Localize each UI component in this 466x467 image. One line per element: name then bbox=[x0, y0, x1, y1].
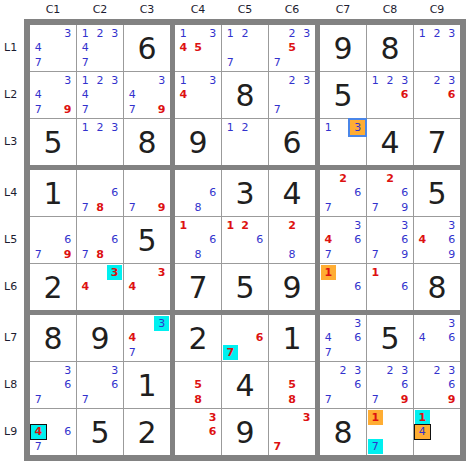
empty-slot bbox=[205, 171, 220, 186]
candidate-3[interactable]: 3 bbox=[60, 73, 75, 88]
cell-L4C4[interactable]: 68 bbox=[175, 170, 221, 216]
candidate-6[interactable]: 6 bbox=[444, 378, 459, 393]
cell-L2C4[interactable]: 134 bbox=[175, 72, 221, 118]
empty-slot bbox=[270, 26, 285, 41]
candidate-7[interactable]: 7 bbox=[125, 345, 140, 360]
cell-L5C1[interactable]: 679 bbox=[30, 217, 76, 263]
cell-L9C6[interactable]: 37 bbox=[269, 409, 315, 455]
candidate-8[interactable]: 8 bbox=[191, 392, 206, 407]
candidate-2[interactable]: 2 bbox=[285, 26, 300, 41]
cell-L6C9[interactable]: 8 bbox=[414, 264, 460, 310]
candidate-9[interactable]: 9 bbox=[154, 200, 169, 215]
candidate-6[interactable]: 6 bbox=[350, 233, 365, 248]
cell-L1C9[interactable]: 123 bbox=[414, 25, 460, 71]
candidate-4[interactable]: 4 bbox=[31, 88, 46, 103]
col-label-C1: C1 bbox=[30, 3, 76, 16]
cell-L7C7[interactable]: 3467 bbox=[320, 315, 366, 361]
col-label-C7: C7 bbox=[320, 3, 366, 16]
candidate-3[interactable]: 3 bbox=[60, 363, 75, 378]
candidate-6[interactable]: 6 bbox=[205, 425, 220, 440]
row-label-L3: L3 bbox=[4, 119, 24, 165]
candidate-6[interactable]: 6 bbox=[350, 378, 365, 393]
cell-L5C3[interactable]: 5 bbox=[124, 217, 170, 263]
empty-slot bbox=[205, 55, 220, 70]
empty-slot bbox=[154, 186, 169, 201]
candidate-8[interactable]: 8 bbox=[285, 392, 300, 407]
candidate-6[interactable]: 6 bbox=[350, 331, 365, 346]
cell-L1C6[interactable]: 2357 bbox=[269, 25, 315, 71]
candidate-2[interactable]: 2 bbox=[93, 73, 108, 88]
candidate-6[interactable]: 6 bbox=[397, 88, 412, 103]
empty-slot bbox=[191, 425, 206, 440]
candidate-8[interactable]: 8 bbox=[93, 200, 108, 215]
candidate-4[interactable]: 4 bbox=[125, 88, 140, 103]
candidate-6[interactable]: 6 bbox=[350, 186, 365, 201]
candidate-3[interactable]: 3 bbox=[60, 26, 75, 41]
candidate-3[interactable]: 3 bbox=[107, 73, 122, 88]
candidate-6[interactable]: 6 bbox=[397, 233, 412, 248]
candidate-6[interactable]: 6 bbox=[252, 233, 267, 248]
candidate-9[interactable]: 9 bbox=[397, 200, 412, 215]
empty-slot bbox=[176, 186, 191, 201]
candidate-7[interactable]: 7 bbox=[368, 439, 383, 454]
cell-L4C8[interactable]: 2679 bbox=[367, 170, 413, 216]
cell-L4C1[interactable]: 1 bbox=[30, 170, 76, 216]
cell-L7C2[interactable]: 9 bbox=[77, 315, 123, 361]
candidate-9[interactable]: 9 bbox=[154, 102, 169, 117]
empty-slot bbox=[252, 149, 267, 164]
candidate-4[interactable]: 4 bbox=[176, 88, 191, 103]
cell-L5C5[interactable]: 126 bbox=[222, 217, 268, 263]
candidate-7[interactable]: 7 bbox=[321, 345, 336, 360]
empty-slot bbox=[321, 218, 336, 233]
empty-slot bbox=[107, 41, 122, 56]
empty-slot bbox=[270, 363, 285, 378]
cell-L1C5[interactable]: 127 bbox=[222, 25, 268, 71]
candidate-2[interactable]: 2 bbox=[238, 218, 253, 233]
candidate-4[interactable]: 4 bbox=[415, 233, 430, 248]
candidate-7[interactable]: 7 bbox=[321, 200, 336, 215]
empty-slot bbox=[78, 265, 93, 280]
candidate-6[interactable]: 6 bbox=[60, 425, 75, 440]
candidate-3[interactable]: 3 bbox=[397, 218, 412, 233]
candidate-6[interactable]: 6 bbox=[205, 233, 220, 248]
cell-L2C1[interactable]: 3479 bbox=[30, 72, 76, 118]
cell-L6C6[interactable]: 9 bbox=[269, 264, 315, 310]
candidate-1[interactable]: 1 bbox=[368, 410, 383, 425]
candidate-3[interactable]: 3 bbox=[107, 363, 122, 378]
cell-L9C4[interactable]: 36 bbox=[175, 409, 221, 455]
cell-L3C1[interactable]: 5 bbox=[30, 119, 76, 165]
empty-slot bbox=[46, 41, 61, 56]
candidate-8[interactable]: 8 bbox=[93, 247, 108, 262]
cell-L5C4[interactable]: 168 bbox=[175, 217, 221, 263]
candidate-grid: 37 bbox=[269, 409, 315, 455]
candidate-7[interactable]: 7 bbox=[31, 392, 46, 407]
candidate-3[interactable]: 3 bbox=[444, 73, 459, 88]
candidate-6[interactable]: 6 bbox=[205, 186, 220, 201]
candidate-7[interactable]: 7 bbox=[368, 247, 383, 262]
cell-L7C3[interactable]: 347 bbox=[124, 315, 170, 361]
candidate-4[interactable]: 4 bbox=[31, 41, 46, 56]
cell-L8C7[interactable]: 2367 bbox=[320, 362, 366, 408]
empty-slot bbox=[60, 55, 75, 70]
col-label-C4: C4 bbox=[175, 3, 221, 16]
candidate-3[interactable]: 3 bbox=[107, 265, 122, 280]
candidate-3[interactable]: 3 bbox=[154, 316, 169, 331]
cell-L1C8[interactable]: 8 bbox=[367, 25, 413, 71]
candidate-1[interactable]: 1 bbox=[321, 265, 336, 280]
empty-slot bbox=[430, 88, 445, 103]
empty-slot bbox=[397, 410, 412, 425]
cell-L5C2[interactable]: 678 bbox=[77, 217, 123, 263]
candidate-6[interactable]: 6 bbox=[444, 233, 459, 248]
candidate-4[interactable]: 4 bbox=[125, 331, 140, 346]
candidate-3[interactable]: 3 bbox=[299, 26, 314, 41]
empty-slot bbox=[444, 439, 459, 454]
empty-slot bbox=[321, 280, 336, 295]
candidate-2[interactable]: 2 bbox=[285, 73, 300, 88]
candidate-2[interactable]: 2 bbox=[238, 26, 253, 41]
candidate-2[interactable]: 2 bbox=[285, 218, 300, 233]
candidate-9[interactable]: 9 bbox=[444, 392, 459, 407]
candidate-7[interactable]: 7 bbox=[31, 55, 46, 70]
candidate-7[interactable]: 7 bbox=[270, 439, 285, 454]
candidate-3[interactable]: 3 bbox=[350, 120, 365, 135]
cell-L4C2[interactable]: 678 bbox=[77, 170, 123, 216]
candidate-8[interactable]: 8 bbox=[191, 200, 206, 215]
cell-L2C2[interactable]: 12347 bbox=[77, 72, 123, 118]
candidate-9[interactable]: 9 bbox=[60, 247, 75, 262]
empty-slot bbox=[223, 135, 238, 150]
empty-slot bbox=[60, 218, 75, 233]
candidate-6[interactable]: 6 bbox=[107, 233, 122, 248]
candidate-7[interactable]: 7 bbox=[270, 102, 285, 117]
candidate-3[interactable]: 3 bbox=[205, 26, 220, 41]
candidate-3[interactable]: 3 bbox=[154, 265, 169, 280]
empty-slot bbox=[368, 233, 383, 248]
candidate-1[interactable]: 1 bbox=[223, 120, 238, 135]
sudoku-board: 3471234763479123473479512381345127235713… bbox=[24, 19, 466, 461]
candidate-3[interactable]: 3 bbox=[350, 316, 365, 331]
cell-L1C4[interactable]: 1345 bbox=[175, 25, 221, 71]
candidate-7[interactable]: 7 bbox=[78, 247, 93, 262]
candidate-6[interactable]: 6 bbox=[107, 378, 122, 393]
empty-slot bbox=[444, 425, 459, 440]
empty-slot bbox=[430, 102, 445, 117]
candidate-3[interactable]: 3 bbox=[444, 26, 459, 41]
empty-slot bbox=[107, 200, 122, 215]
empty-slot bbox=[336, 331, 351, 346]
candidate-6[interactable]: 6 bbox=[252, 331, 267, 346]
candidate-3[interactable]: 3 bbox=[397, 363, 412, 378]
empty-slot bbox=[93, 233, 108, 248]
candidate-4[interactable]: 4 bbox=[78, 280, 93, 295]
candidate-1[interactable]: 1 bbox=[223, 218, 238, 233]
candidate-3[interactable]: 3 bbox=[444, 218, 459, 233]
candidate-7[interactable]: 7 bbox=[78, 392, 93, 407]
candidate-8[interactable]: 8 bbox=[191, 247, 206, 262]
cell-L3C8[interactable]: 4 bbox=[367, 119, 413, 165]
cell-L3C2[interactable]: 123 bbox=[77, 119, 123, 165]
cell-L3C5[interactable]: 12 bbox=[222, 119, 268, 165]
candidate-3[interactable]: 3 bbox=[350, 363, 365, 378]
candidate-4[interactable]: 4 bbox=[176, 41, 191, 56]
candidate-2[interactable]: 2 bbox=[93, 120, 108, 135]
candidate-1[interactable]: 1 bbox=[368, 265, 383, 280]
candidate-9[interactable]: 9 bbox=[60, 102, 75, 117]
empty-slot bbox=[46, 363, 61, 378]
cell-L6C4[interactable]: 7 bbox=[175, 264, 221, 310]
candidate-7[interactable]: 7 bbox=[125, 102, 140, 117]
cell-L8C8[interactable]: 23679 bbox=[367, 362, 413, 408]
cell-L3C3[interactable]: 8 bbox=[124, 119, 170, 165]
empty-slot bbox=[125, 171, 140, 186]
empty-slot bbox=[205, 200, 220, 215]
candidate-3[interactable]: 3 bbox=[107, 120, 122, 135]
candidate-7[interactable]: 7 bbox=[78, 55, 93, 70]
candidate-6[interactable]: 6 bbox=[350, 280, 365, 295]
empty-slot bbox=[107, 135, 122, 150]
candidate-7[interactable]: 7 bbox=[270, 55, 285, 70]
candidate-7[interactable]: 7 bbox=[223, 345, 238, 360]
empty-slot bbox=[46, 247, 61, 262]
candidate-2[interactable]: 2 bbox=[336, 171, 351, 186]
cell-L6C3[interactable]: 34 bbox=[124, 264, 170, 310]
cell-L7C8[interactable]: 5 bbox=[367, 315, 413, 361]
candidate-9[interactable]: 9 bbox=[397, 247, 412, 262]
cell-L2C5[interactable]: 8 bbox=[222, 72, 268, 118]
cell-L3C7[interactable]: 13 bbox=[320, 119, 366, 165]
cell-L1C1[interactable]: 347 bbox=[30, 25, 76, 71]
candidate-grid: 3467 bbox=[320, 315, 366, 361]
empty-slot bbox=[397, 102, 412, 117]
cell-L7C6[interactable]: 1 bbox=[269, 315, 315, 361]
candidate-3[interactable]: 3 bbox=[205, 410, 220, 425]
cell-L7C4[interactable]: 2 bbox=[175, 315, 221, 361]
empty-slot bbox=[430, 218, 445, 233]
empty-slot bbox=[285, 88, 300, 103]
cell-L4C7[interactable]: 267 bbox=[320, 170, 366, 216]
candidate-6[interactable]: 6 bbox=[397, 378, 412, 393]
candidate-1[interactable]: 1 bbox=[368, 73, 383, 88]
candidate-7[interactable]: 7 bbox=[78, 200, 93, 215]
candidate-2[interactable]: 2 bbox=[430, 363, 445, 378]
empty-slot bbox=[46, 26, 61, 41]
candidate-1[interactable]: 1 bbox=[415, 410, 430, 425]
empty-slot bbox=[270, 73, 285, 88]
candidate-4[interactable]: 4 bbox=[415, 425, 430, 440]
candidate-3[interactable]: 3 bbox=[299, 410, 314, 425]
empty-slot bbox=[368, 294, 383, 309]
cell-L9C2[interactable]: 5 bbox=[77, 409, 123, 455]
empty-slot bbox=[430, 378, 445, 393]
candidate-7[interactable]: 7 bbox=[31, 102, 46, 117]
candidate-9[interactable]: 9 bbox=[444, 247, 459, 262]
candidate-3[interactable]: 3 bbox=[205, 73, 220, 88]
candidate-4[interactable]: 4 bbox=[78, 41, 93, 56]
candidate-1[interactable]: 1 bbox=[176, 26, 191, 41]
candidate-1[interactable]: 1 bbox=[176, 218, 191, 233]
cell-L6C8[interactable]: 16 bbox=[367, 264, 413, 310]
cell-L4C3[interactable]: 79 bbox=[124, 170, 170, 216]
candidate-4[interactable]: 4 bbox=[125, 280, 140, 295]
cell-L8C1[interactable]: 367 bbox=[30, 362, 76, 408]
candidate-1[interactable]: 1 bbox=[78, 73, 93, 88]
empty-slot bbox=[140, 102, 155, 117]
cell-L6C5[interactable]: 5 bbox=[222, 264, 268, 310]
empty-slot bbox=[321, 149, 336, 164]
empty-slot bbox=[383, 439, 398, 454]
candidate-2[interactable]: 2 bbox=[93, 26, 108, 41]
candidate-3[interactable]: 3 bbox=[154, 73, 169, 88]
cell-L5C9[interactable]: 3469 bbox=[414, 217, 460, 263]
col-label-C2: C2 bbox=[77, 3, 123, 16]
empty-slot bbox=[383, 294, 398, 309]
empty-slot bbox=[397, 265, 412, 280]
candidate-7[interactable]: 7 bbox=[31, 247, 46, 262]
empty-slot bbox=[93, 265, 108, 280]
candidate-1[interactable]: 1 bbox=[321, 120, 336, 135]
empty-slot bbox=[336, 392, 351, 407]
candidate-9[interactable]: 9 bbox=[397, 392, 412, 407]
candidate-6[interactable]: 6 bbox=[397, 280, 412, 295]
candidate-5[interactable]: 5 bbox=[191, 378, 206, 393]
cell-L5C8[interactable]: 3679 bbox=[367, 217, 413, 263]
candidate-6[interactable]: 6 bbox=[444, 331, 459, 346]
candidate-3[interactable]: 3 bbox=[350, 218, 365, 233]
candidate-1[interactable]: 1 bbox=[176, 73, 191, 88]
candidate-7[interactable]: 7 bbox=[368, 392, 383, 407]
candidate-4[interactable]: 4 bbox=[78, 88, 93, 103]
cell-L1C7[interactable]: 9 bbox=[320, 25, 366, 71]
candidate-7[interactable]: 7 bbox=[321, 247, 336, 262]
empty-slot bbox=[415, 41, 430, 56]
candidate-4[interactable]: 4 bbox=[321, 233, 336, 248]
cell-L3C6[interactable]: 6 bbox=[269, 119, 315, 165]
candidate-6[interactable]: 6 bbox=[107, 186, 122, 201]
candidate-6[interactable]: 6 bbox=[60, 378, 75, 393]
cell-L8C6[interactable]: 58 bbox=[269, 362, 315, 408]
empty-slot bbox=[205, 439, 220, 454]
cell-L6C7[interactable]: 16 bbox=[320, 264, 366, 310]
candidate-4[interactable]: 4 bbox=[31, 425, 46, 440]
candidate-6[interactable]: 6 bbox=[444, 88, 459, 103]
candidate-5[interactable]: 5 bbox=[191, 41, 206, 56]
sudoku-app: C1C2C3C4C5C6C7C8C9 L1L2L3L4L5L6L7L8L9 34… bbox=[0, 0, 466, 467]
candidate-5[interactable]: 5 bbox=[285, 378, 300, 393]
empty-slot bbox=[238, 55, 253, 70]
candidate-7[interactable]: 7 bbox=[31, 439, 46, 454]
candidate-5[interactable]: 5 bbox=[285, 41, 300, 56]
candidate-6[interactable]: 6 bbox=[60, 233, 75, 248]
cell-L1C3[interactable]: 6 bbox=[124, 25, 170, 71]
candidate-8[interactable]: 8 bbox=[285, 247, 300, 262]
candidate-7[interactable]: 7 bbox=[368, 200, 383, 215]
cell-L7C1[interactable]: 8 bbox=[30, 315, 76, 361]
empty-slot bbox=[321, 186, 336, 201]
cell-L7C5[interactable]: 67 bbox=[222, 315, 268, 361]
candidate-3[interactable]: 3 bbox=[299, 73, 314, 88]
candidate-7[interactable]: 7 bbox=[321, 392, 336, 407]
candidate-7[interactable]: 7 bbox=[78, 102, 93, 117]
cell-L9C7[interactable]: 8 bbox=[320, 409, 366, 455]
cell-L5C7[interactable]: 3467 bbox=[320, 217, 366, 263]
candidate-2[interactable]: 2 bbox=[383, 171, 398, 186]
cell-L6C1[interactable]: 2 bbox=[30, 264, 76, 310]
cell-L6C2[interactable]: 34 bbox=[77, 264, 123, 310]
candidate-7[interactable]: 7 bbox=[125, 200, 140, 215]
cell-L4C9[interactable]: 5 bbox=[414, 170, 460, 216]
candidate-2[interactable]: 2 bbox=[238, 120, 253, 135]
candidate-2[interactable]: 2 bbox=[383, 73, 398, 88]
candidate-1[interactable]: 1 bbox=[223, 26, 238, 41]
cell-L9C3[interactable]: 2 bbox=[124, 409, 170, 455]
empty-slot bbox=[252, 345, 267, 360]
cell-L7C9[interactable]: 346 bbox=[414, 315, 460, 361]
row-label-L6: L6 bbox=[4, 264, 24, 310]
empty-slot bbox=[285, 55, 300, 70]
cell-L9C8[interactable]: 17 bbox=[367, 409, 413, 455]
cell-L2C7[interactable]: 5 bbox=[320, 72, 366, 118]
cell-L3C9[interactable]: 7 bbox=[414, 119, 460, 165]
candidate-3[interactable]: 3 bbox=[444, 363, 459, 378]
candidate-3[interactable]: 3 bbox=[444, 316, 459, 331]
cell-L4C6[interactable]: 4 bbox=[269, 170, 315, 216]
candidate-3[interactable]: 3 bbox=[397, 73, 412, 88]
cell-L8C3[interactable]: 1 bbox=[124, 362, 170, 408]
cell-L2C8[interactable]: 1236 bbox=[367, 72, 413, 118]
candidate-1[interactable]: 1 bbox=[415, 26, 430, 41]
candidate-1[interactable]: 1 bbox=[78, 120, 93, 135]
cell-L1C2[interactable]: 12347 bbox=[77, 25, 123, 71]
cell-L8C5[interactable]: 4 bbox=[222, 362, 268, 408]
empty-slot bbox=[107, 171, 122, 186]
cell-L8C4[interactable]: 58 bbox=[175, 362, 221, 408]
cell-L9C5[interactable]: 9 bbox=[222, 409, 268, 455]
candidate-grid: 168 bbox=[175, 217, 221, 263]
cell-L2C9[interactable]: 236 bbox=[414, 72, 460, 118]
candidate-3[interactable]: 3 bbox=[107, 26, 122, 41]
cell-L9C1[interactable]: 467 bbox=[30, 409, 76, 455]
empty-slot bbox=[205, 392, 220, 407]
cell-L8C2[interactable]: 367 bbox=[77, 362, 123, 408]
candidate-2[interactable]: 2 bbox=[430, 26, 445, 41]
candidate-6[interactable]: 6 bbox=[397, 186, 412, 201]
empty-slot bbox=[430, 41, 445, 56]
empty-slot bbox=[140, 294, 155, 309]
cell-L4C5[interactable]: 3 bbox=[222, 170, 268, 216]
empty-slot bbox=[238, 41, 253, 56]
candidate-2[interactable]: 2 bbox=[430, 73, 445, 88]
cell-L5C6[interactable]: 28 bbox=[269, 217, 315, 263]
empty-slot bbox=[93, 88, 108, 103]
cell-L2C3[interactable]: 3479 bbox=[124, 72, 170, 118]
cell-L9C9[interactable]: 14 bbox=[414, 409, 460, 455]
empty-slot bbox=[125, 294, 140, 309]
cell-L8C9[interactable]: 2369 bbox=[414, 362, 460, 408]
candidate-4[interactable]: 4 bbox=[321, 331, 336, 346]
candidate-4[interactable]: 4 bbox=[415, 331, 430, 346]
candidate-2[interactable]: 2 bbox=[383, 363, 398, 378]
candidate-2[interactable]: 2 bbox=[336, 363, 351, 378]
candidate-1[interactable]: 1 bbox=[78, 26, 93, 41]
empty-slot bbox=[299, 247, 314, 262]
cell-L2C6[interactable]: 237 bbox=[269, 72, 315, 118]
cell-L3C4[interactable]: 9 bbox=[175, 119, 221, 165]
candidate-7[interactable]: 7 bbox=[223, 55, 238, 70]
empty-slot bbox=[223, 316, 238, 331]
